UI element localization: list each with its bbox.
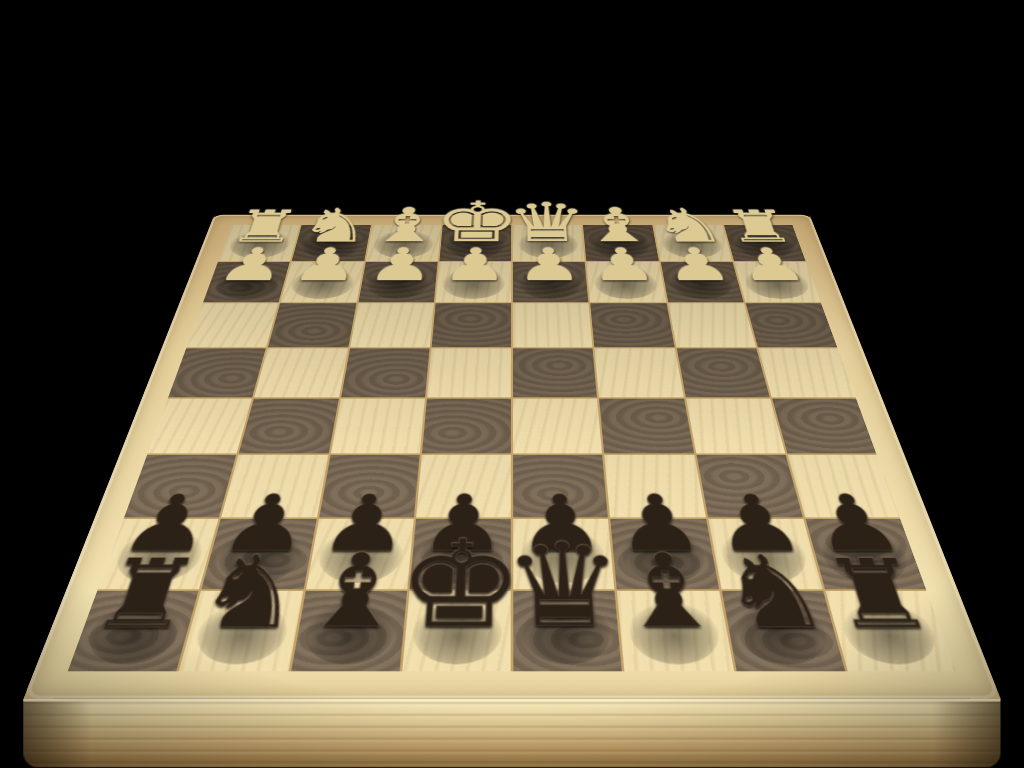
square-d5[interactable] — [513, 399, 602, 454]
square-c4[interactable] — [595, 348, 684, 397]
piece-black-king-e8[interactable]: ♚ — [390, 525, 524, 647]
square-b4[interactable] — [676, 348, 769, 397]
piece-shadow — [521, 603, 612, 665]
square-f8[interactable]: ♝ — [290, 591, 406, 672]
square-a3[interactable] — [745, 303, 837, 347]
square-f5[interactable] — [330, 399, 424, 454]
piece-shadow — [79, 603, 187, 665]
square-d3[interactable] — [513, 303, 593, 347]
square-h2[interactable]: ♟ — [203, 262, 290, 302]
square-b2[interactable]: ♟ — [660, 262, 743, 302]
piece-black-knight-g8[interactable]: ♞ — [185, 543, 313, 644]
piece-black-bishop-f8[interactable]: ♝ — [293, 541, 414, 644]
square-g7[interactable]: ♟ — [202, 519, 316, 589]
square-b8[interactable]: ♞ — [721, 591, 845, 672]
chess-scene: ♜♞♝♚♛♝♞♜♟♟♟♟♟♟♟♟♟♟♟♟♟♟♟♟♜♞♝♚♛♝♞♜ — [0, 0, 1024, 768]
square-b3[interactable] — [668, 303, 756, 347]
square-f3[interactable] — [350, 303, 434, 347]
piece-shadow — [108, 529, 208, 583]
square-e5[interactable] — [422, 399, 511, 454]
piece-shadow — [732, 603, 835, 665]
piece-shadow — [300, 603, 397, 665]
piece-white-pawn-c2[interactable]: ♟ — [588, 243, 660, 288]
piece-white-pawn-b2[interactable]: ♟ — [660, 243, 736, 288]
square-f7[interactable]: ♟ — [306, 519, 414, 589]
piece-white-pawn-g2[interactable]: ♟ — [288, 243, 364, 288]
square-g2[interactable]: ♟ — [281, 262, 364, 302]
square-c2[interactable]: ♟ — [587, 262, 666, 302]
square-h3[interactable] — [187, 303, 279, 347]
square-c3[interactable] — [590, 303, 674, 347]
piece-white-pawn-e2[interactable]: ♟ — [440, 243, 508, 288]
piece-shadow — [816, 529, 916, 583]
piece-white-pawn-f2[interactable]: ♟ — [364, 243, 436, 288]
square-b5[interactable] — [686, 399, 785, 454]
piece-shadow — [521, 529, 606, 583]
piece-black-bishop-c8[interactable]: ♝ — [610, 541, 731, 644]
square-a2[interactable]: ♟ — [734, 262, 821, 302]
square-c5[interactable] — [599, 399, 693, 454]
piece-black-knight-b8[interactable]: ♞ — [711, 543, 839, 644]
square-e3[interactable] — [431, 303, 511, 347]
square-g4[interactable] — [254, 348, 347, 397]
square-g8[interactable]: ♞ — [179, 591, 303, 672]
square-g3[interactable] — [268, 303, 356, 347]
square-e4[interactable] — [427, 348, 511, 397]
piece-shadow — [418, 529, 503, 583]
square-d8[interactable]: ♛ — [513, 591, 622, 672]
piece-shadow — [627, 603, 724, 665]
square-f4[interactable] — [341, 348, 430, 397]
square-e2[interactable]: ♟ — [435, 262, 511, 302]
square-d4[interactable] — [513, 348, 597, 397]
square-f2[interactable]: ♟ — [358, 262, 437, 302]
square-h4[interactable] — [168, 348, 266, 397]
square-d2[interactable]: ♟ — [513, 262, 589, 302]
piece-shadow — [190, 603, 293, 665]
square-b7[interactable]: ♟ — [708, 519, 822, 589]
piece-shadow — [837, 603, 945, 665]
piece-shadow — [619, 529, 709, 583]
piece-shadow — [411, 603, 502, 665]
piece-shadow — [717, 529, 812, 583]
square-c7[interactable]: ♟ — [610, 519, 718, 589]
piece-black-queen-d8[interactable]: ♛ — [502, 529, 630, 646]
square-c8[interactable]: ♝ — [617, 591, 733, 672]
board-front-edge — [23, 699, 1001, 768]
app-background: { "game": "chess", "scene": { "descripti… — [0, 0, 1024, 768]
piece-white-pawn-d2[interactable]: ♟ — [516, 243, 584, 288]
square-g5[interactable] — [239, 399, 338, 454]
chess-board[interactable]: ♜♞♝♚♛♝♞♜♟♟♟♟♟♟♟♟♟♟♟♟♟♟♟♟♜♞♝♚♛♝♞♜ — [23, 215, 1001, 699]
piece-shadow — [211, 529, 306, 583]
square-e8[interactable]: ♚ — [402, 591, 511, 672]
piece-shadow — [315, 529, 405, 583]
